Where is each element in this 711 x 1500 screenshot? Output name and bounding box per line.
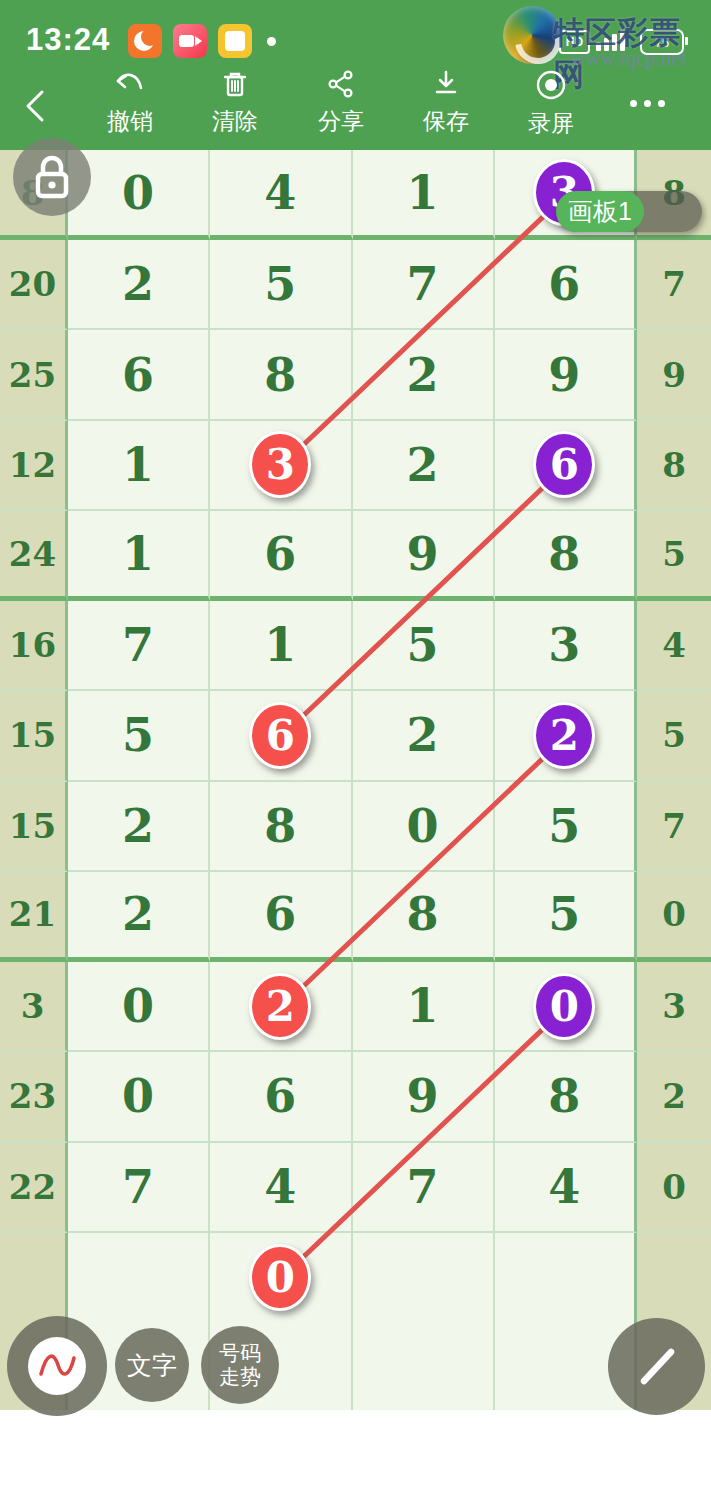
header: 13:24 HD 75 特区彩票网 www.tqcp.net 撤销 — [0, 0, 711, 150]
marked-number-purple: 0 — [533, 973, 595, 1040]
grid-cell: 7 — [353, 240, 495, 330]
text-tool-button[interactable]: 文字 — [115, 1328, 189, 1402]
grid-cell: 2 — [210, 962, 352, 1052]
grid-cell: 9 — [495, 330, 637, 420]
grid-cell: 0 — [495, 962, 637, 1052]
side-value: 8 — [637, 421, 711, 511]
grid-cell: 2 — [68, 240, 210, 330]
trend-chart-canvas[interactable]: 8041382025767256829912132682416985167153… — [0, 150, 711, 1323]
grid-cell: 0 — [68, 962, 210, 1052]
grid-cell: 5 — [353, 601, 495, 691]
grid-cell: 6 — [210, 511, 352, 601]
marked-number-red: 3 — [249, 431, 311, 498]
line-tool-button[interactable] — [608, 1318, 705, 1415]
period-label: 12 — [0, 421, 68, 511]
grid-cell: 8 — [210, 330, 352, 420]
side-value: 7 — [637, 240, 711, 330]
side-value: 3 — [637, 962, 711, 1052]
undo-icon — [112, 68, 148, 100]
marked-number-purple: 2 — [533, 702, 595, 769]
side-value: 5 — [637, 511, 711, 601]
navigation-bar — [0, 1410, 711, 1500]
grid-cell: 2 — [353, 421, 495, 511]
grid-cell: 2 — [353, 330, 495, 420]
trend-grid: 8041382025767256829912132682416985167153… — [0, 150, 711, 1323]
grid-cell: 4 — [495, 1143, 637, 1233]
undo-button[interactable]: 撤销 — [75, 68, 185, 137]
grid-cell: 4 — [210, 150, 352, 240]
back-button[interactable] — [18, 86, 52, 130]
grid-cell: 9 — [353, 1052, 495, 1142]
line-tool-icon — [627, 1337, 687, 1397]
curve-tool-button[interactable] — [7, 1316, 107, 1416]
grid-cell — [68, 1233, 210, 1323]
grid-cell: 6 — [495, 421, 637, 511]
record-icon — [534, 68, 568, 102]
grid-cell: 1 — [353, 150, 495, 240]
grid-cell: 5 — [495, 782, 637, 872]
grid-cell — [353, 1233, 495, 1323]
curve-tool-icon — [28, 1337, 86, 1395]
share-icon — [325, 68, 357, 100]
side-value: 0 — [637, 872, 711, 962]
period-label: 15 — [0, 782, 68, 872]
record-screen-button[interactable]: 录屏 — [496, 68, 606, 139]
grid-cell: 0 — [210, 1233, 352, 1323]
grid-cell: 1 — [353, 962, 495, 1052]
grid-cell: 6 — [495, 240, 637, 330]
lock-button[interactable] — [13, 138, 91, 216]
grid-cell: 7 — [68, 1143, 210, 1233]
marked-number-purple: 6 — [533, 431, 595, 498]
side-value — [637, 1233, 711, 1323]
grid-cell: 0 — [68, 150, 210, 240]
lock-icon — [30, 153, 74, 201]
grid-cell: 7 — [353, 1143, 495, 1233]
side-value: 7 — [637, 782, 711, 872]
board-tab-label: 画板1 — [556, 191, 644, 232]
period-label: 24 — [0, 511, 68, 601]
grid-cell — [495, 1233, 637, 1323]
strip-cell — [353, 1323, 495, 1410]
grid-cell: 5 — [210, 240, 352, 330]
period-label: 23 — [0, 1052, 68, 1142]
grid-cell: 9 — [353, 511, 495, 601]
grid-cell: 7 — [68, 601, 210, 691]
grid-cell: 1 — [68, 511, 210, 601]
grid-cell: 3 — [495, 601, 637, 691]
side-value: 5 — [637, 691, 711, 781]
grid-cell: 2 — [495, 691, 637, 781]
grid-cell: 5 — [68, 691, 210, 781]
number-trend-tool-label: 号码走势 — [219, 1341, 261, 1389]
period-label: 21 — [0, 872, 68, 962]
grid-cell: 1 — [68, 421, 210, 511]
grid-cell: 4 — [210, 1143, 352, 1233]
period-label: 16 — [0, 601, 68, 691]
grid-cell: 8 — [210, 782, 352, 872]
grid-cell: 2 — [353, 691, 495, 781]
grid-cell: 6 — [210, 1052, 352, 1142]
marked-number-red: 6 — [249, 702, 311, 769]
trash-icon — [219, 68, 251, 100]
grid-cell: 8 — [353, 872, 495, 962]
period-label: 15 — [0, 691, 68, 781]
period-label: 22 — [0, 1143, 68, 1233]
grid-cell: 3 — [210, 421, 352, 511]
period-label: 20 — [0, 240, 68, 330]
grid-cell: 0 — [68, 1052, 210, 1142]
grid-cell: 2 — [68, 872, 210, 962]
save-icon — [430, 68, 462, 100]
grid-cell: 8 — [495, 511, 637, 601]
clear-button[interactable]: 清除 — [180, 68, 290, 137]
marked-number-red: 2 — [249, 973, 311, 1040]
text-tool-label: 文字 — [127, 1349, 177, 1382]
side-value: 0 — [637, 1143, 711, 1233]
save-button[interactable]: 保存 — [391, 68, 501, 137]
side-value: 2 — [637, 1052, 711, 1142]
grid-cell: 6 — [210, 872, 352, 962]
period-label — [0, 1233, 68, 1323]
grid-cell: 6 — [210, 691, 352, 781]
board-tab[interactable]: 画板1 — [556, 191, 702, 232]
grid-cell: 1 — [210, 601, 352, 691]
period-label: 25 — [0, 330, 68, 420]
number-trend-tool-button[interactable]: 号码走势 — [201, 1326, 279, 1404]
grid-cell: 6 — [68, 330, 210, 420]
marked-number-red: 0 — [249, 1244, 311, 1311]
grid-cell: 2 — [68, 782, 210, 872]
more-options-button[interactable] — [630, 100, 665, 107]
grid-cell: 8 — [495, 1052, 637, 1142]
grid-cell: 5 — [495, 872, 637, 962]
side-value: 4 — [637, 601, 711, 691]
period-label: 3 — [0, 962, 68, 1052]
side-value: 9 — [637, 330, 711, 420]
share-button[interactable]: 分享 — [286, 68, 396, 137]
grid-cell: 0 — [353, 782, 495, 872]
app-screen: 13:24 HD 75 特区彩票网 www.tqcp.net 撤销 — [0, 0, 711, 1500]
